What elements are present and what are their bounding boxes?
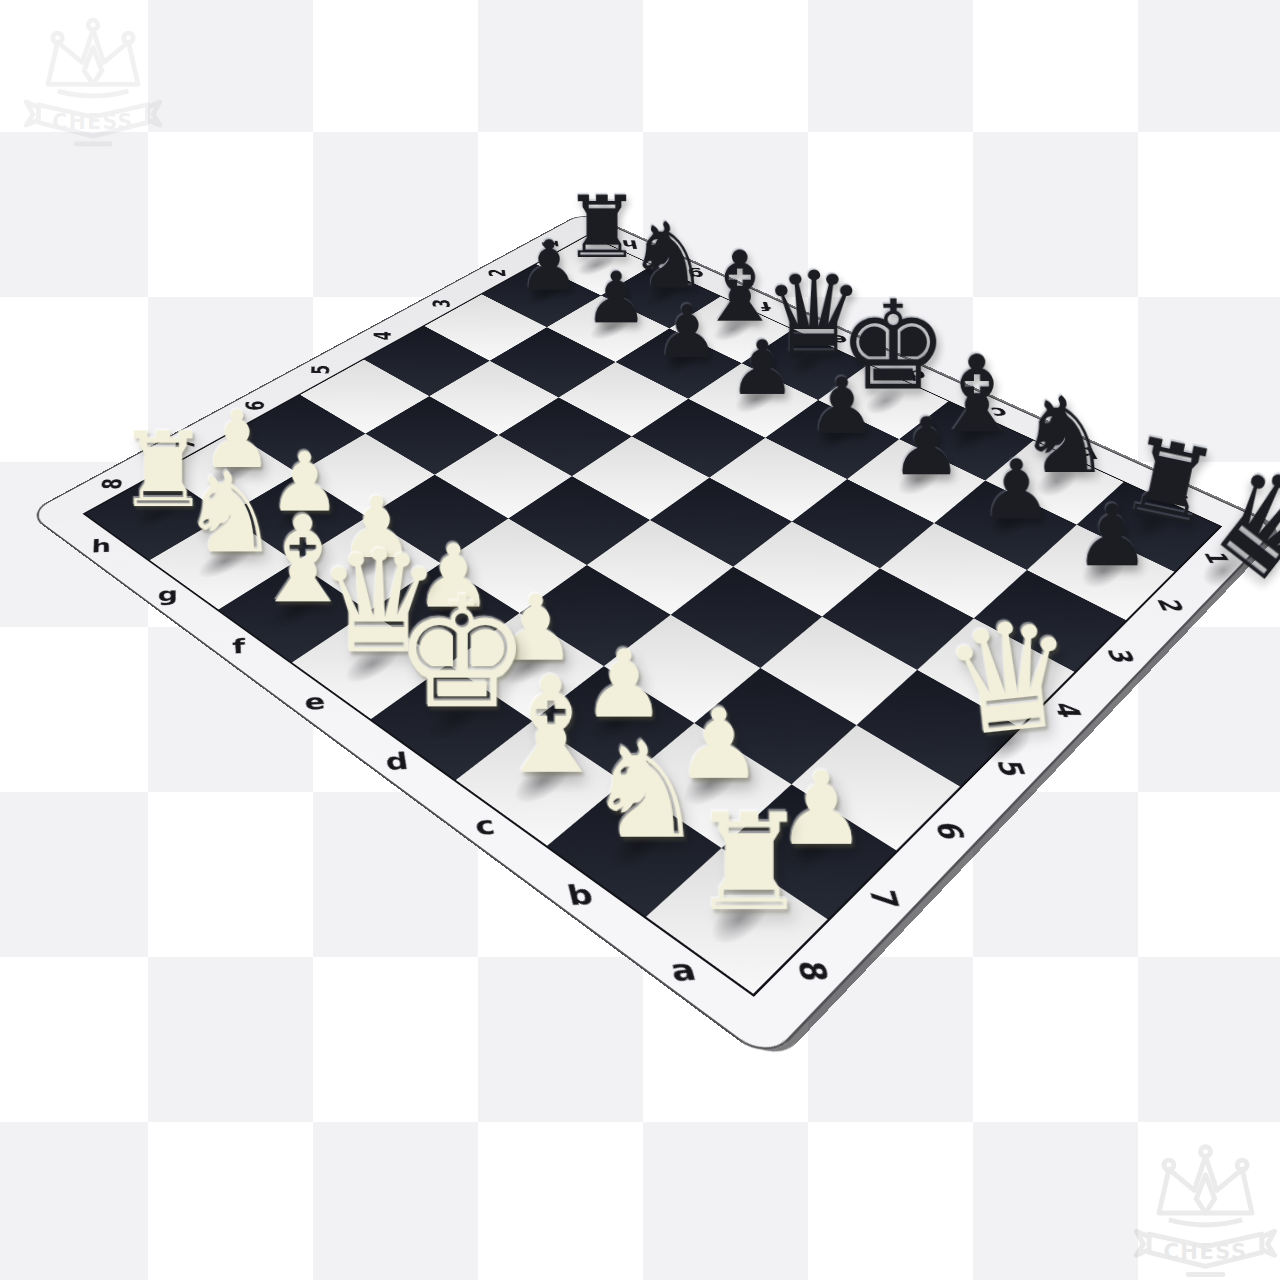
board-scene: 87654321 hgfedcba hgfedcba 87654321 ♜♞♝♛… (0, 0, 1280, 1280)
product-photo-chess-set: { "game": "chess", "scene": { "descripti… (0, 0, 1280, 1280)
coord-label-3: 3 (422, 281, 460, 327)
coord-label-2: 2 (478, 252, 517, 295)
coord-label-5: 5 (301, 345, 338, 396)
coord-label-4: 4 (364, 312, 400, 360)
coord-label-6: 6 (234, 379, 274, 433)
vinyl-chess-mat: 87654321 hgfedcba hgfedcba 87654321 ♜♞♝♛… (26, 212, 1279, 1062)
piece-layer: ♜♞♝♛♚♝♞♜♟♟♟♟♟♟♟♟♜♞♝♛♚♝♞♜♟♟♟♟♟♟♟♟♛♛ (85, 236, 1219, 994)
piece-glyph: ♜ (557, 800, 943, 927)
piece-glyph: ♟ (956, 496, 1268, 577)
